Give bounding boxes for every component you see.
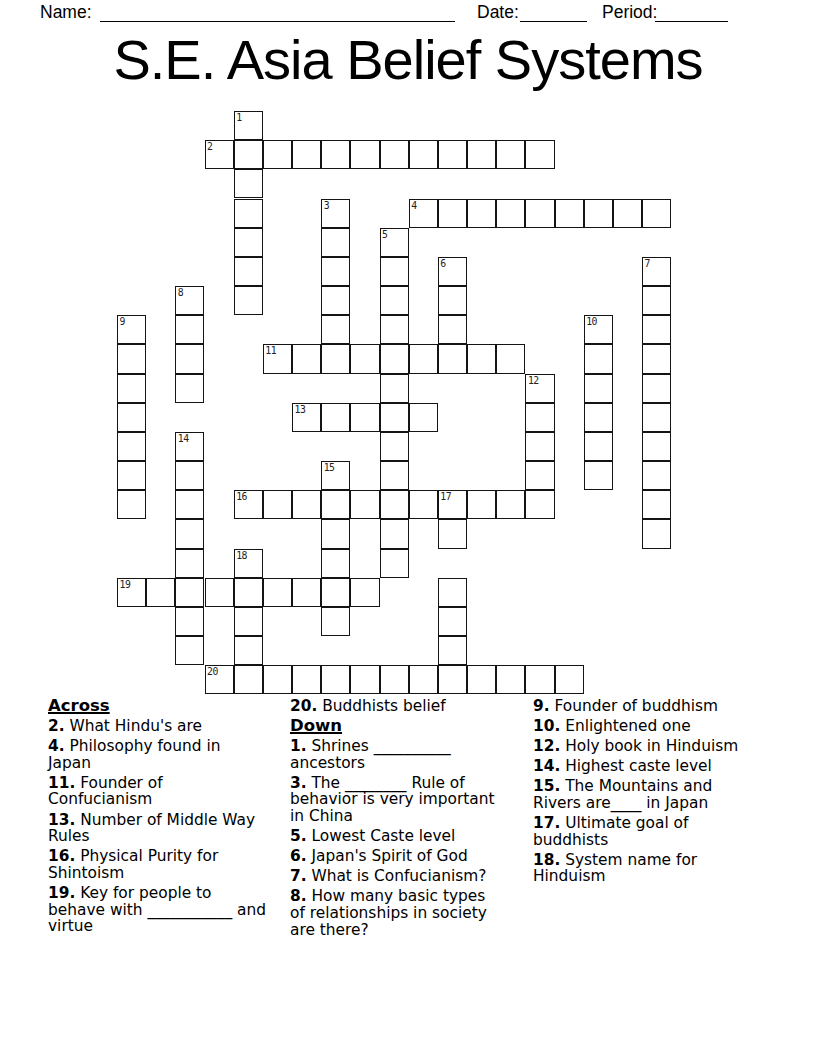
clue-column-down: 9. Founder of buddhism10. Enlightened on…: [533, 698, 783, 888]
crossword-cell-r9c0[interactable]: [117, 374, 146, 403]
crossword-cell-r8c13[interactable]: [496, 344, 525, 373]
crossword-cell-r3c18[interactable]: [642, 199, 671, 228]
crossword-cell-r18c11[interactable]: [438, 636, 467, 665]
crossword-cell-r19c14[interactable]: [525, 665, 554, 694]
name-label: Name:: [40, 2, 92, 22]
crossword-cell-r4c4[interactable]: [234, 228, 263, 257]
crossword-cell-r16c6[interactable]: [292, 578, 321, 607]
crossword-cell-r8c10[interactable]: [409, 344, 438, 373]
clue-number-label: 7.: [290, 867, 307, 885]
clue-13: 13. Number of Middle Way Rules: [48, 812, 289, 845]
crossword-cell-r16c7[interactable]: [321, 578, 350, 607]
crossword-cell-r5c11[interactable]: 6: [438, 257, 467, 286]
clue-number-16: 16: [236, 491, 247, 502]
crossword-cell-r1c7[interactable]: [321, 140, 350, 169]
crossword-cell-r13c5[interactable]: [263, 490, 292, 519]
crossword-cell-r8c2[interactable]: [175, 344, 204, 373]
clue-8: 8. How many basic types of relationships…: [290, 888, 532, 938]
crossword-cell-r7c18[interactable]: [642, 315, 671, 344]
crossword-cell-r4c7[interactable]: [321, 228, 350, 257]
clue-number-label: 12.: [533, 737, 560, 755]
clue-text: What Hindu's are: [65, 717, 202, 735]
crossword-cell-r8c7[interactable]: [321, 344, 350, 373]
crossword-cell-r16c0[interactable]: 19: [117, 578, 146, 607]
clue-14: 14. Highest caste level: [533, 758, 783, 775]
crossword-cell-r3c12[interactable]: [467, 199, 496, 228]
crossword-cell-r19c7[interactable]: [321, 665, 350, 694]
crossword-cell-r13c11[interactable]: 17: [438, 490, 467, 519]
crossword-cell-r3c13[interactable]: [496, 199, 525, 228]
crossword-cell-r8c8[interactable]: [350, 344, 379, 373]
clue-text: Founder of buddhism: [550, 697, 718, 715]
clue-number-label: 4.: [48, 737, 65, 755]
crossword-cell-r15c2[interactable]: [175, 549, 204, 578]
clue-4: 4. Philosophy found in Japan: [48, 738, 289, 771]
crossword-cell-r16c5[interactable]: [263, 578, 292, 607]
clue-text: Number of Middle Way Rules: [48, 811, 255, 846]
crossword-cell-r7c16[interactable]: 10: [584, 315, 613, 344]
clue-number-8: 8: [178, 287, 183, 298]
clue-text: Buddhists belief: [317, 697, 445, 715]
crossword-cell-r12c2[interactable]: [175, 461, 204, 490]
crossword-cell-r19c11[interactable]: [438, 665, 467, 694]
crossword-cell-r19c13[interactable]: [496, 665, 525, 694]
crossword-cell-r10c10[interactable]: [409, 403, 438, 432]
crossword-cell-r9c2[interactable]: [175, 374, 204, 403]
crossword-cell-r9c9[interactable]: [380, 374, 409, 403]
clues-heading-across: Across: [48, 698, 289, 715]
crossword-cell-r13c18[interactable]: [642, 490, 671, 519]
clue-1: 1. Shrines __________ ancestors: [290, 738, 532, 771]
clue-number-18: 18: [236, 550, 247, 561]
clue-number-19: 19: [120, 579, 131, 590]
crossword-cell-r13c7[interactable]: [321, 490, 350, 519]
clue-number-label: 18.: [533, 851, 560, 869]
crossword-cell-r14c11[interactable]: [438, 519, 467, 548]
crossword-cell-r1c5[interactable]: [263, 140, 292, 169]
crossword-cell-r3c11[interactable]: [438, 199, 467, 228]
crossword-cell-r3c4[interactable]: [234, 199, 263, 228]
crossword-cell-r18c4[interactable]: [234, 636, 263, 665]
crossword-cell-r6c7[interactable]: [321, 286, 350, 315]
crossword-cell-r16c4[interactable]: [234, 578, 263, 607]
crossword-cell-r1c6[interactable]: [292, 140, 321, 169]
clue-number-label: 11.: [48, 774, 75, 792]
crossword-cell-r12c14[interactable]: [525, 461, 554, 490]
crossword-cell-r16c1[interactable]: [146, 578, 175, 607]
clue-number-label: 14.: [533, 757, 560, 775]
name-blank-line: [100, 5, 455, 22]
crossword-cell-r10c6[interactable]: 13: [292, 403, 321, 432]
crossword-cell-r11c14[interactable]: [525, 432, 554, 461]
clue-number-17: 17: [440, 491, 451, 502]
crossword-cell-r12c9[interactable]: [380, 461, 409, 490]
crossword-cell-r5c4[interactable]: [234, 257, 263, 286]
crossword-cell-r17c4[interactable]: [234, 607, 263, 636]
clue-text: What is Confucianism?: [307, 867, 487, 885]
crossword-cell-r3c7[interactable]: 3: [321, 199, 350, 228]
crossword-cell-r7c7[interactable]: [321, 315, 350, 344]
crossword-cell-r3c17[interactable]: [613, 199, 642, 228]
clue-number-label: 3.: [290, 774, 307, 792]
clue-number-14: 14: [178, 433, 189, 444]
crossword-cell-r2c4[interactable]: [234, 169, 263, 198]
crossword-cell-r13c2[interactable]: [175, 490, 204, 519]
clue-number-label: 1.: [290, 737, 307, 755]
worksheet-page: Name: Date: Period: S.E. Asia Belief Sys…: [0, 0, 816, 1056]
crossword-cell-r19c12[interactable]: [467, 665, 496, 694]
clue-number-6: 6: [440, 258, 445, 269]
crossword-cell-r7c0[interactable]: 9: [117, 315, 146, 344]
clue-number-label: 20.: [290, 697, 317, 715]
clue-number-label: 10.: [533, 717, 560, 735]
crossword-cell-r1c9[interactable]: [380, 140, 409, 169]
crossword-cell-r17c7[interactable]: [321, 607, 350, 636]
clue-text: Key for people to behave with __________…: [48, 884, 266, 935]
clue-2: 2. What Hindu's are: [48, 718, 289, 735]
crossword-cell-r15c9[interactable]: [380, 549, 409, 578]
crossword-cell-r14c9[interactable]: [380, 519, 409, 548]
crossword-cell-r12c7[interactable]: 15: [321, 461, 350, 490]
crossword-cell-r8c9[interactable]: [380, 344, 409, 373]
crossword-cell-r7c2[interactable]: [175, 315, 204, 344]
crossword-cell-r3c10[interactable]: 4: [409, 199, 438, 228]
crossword-cell-r10c18[interactable]: [642, 403, 671, 432]
clue-number-11: 11: [265, 345, 276, 356]
crossword-cell-r16c3[interactable]: [205, 578, 234, 607]
crossword-cell-r10c0[interactable]: [117, 403, 146, 432]
clue-number-5: 5: [382, 229, 387, 240]
crossword-cell-r9c16[interactable]: [584, 374, 613, 403]
crossword-cell-r12c0[interactable]: [117, 461, 146, 490]
crossword-cell-r17c11[interactable]: [438, 607, 467, 636]
crossword-cell-r10c14[interactable]: [525, 403, 554, 432]
clue-text: Philosophy found in Japan: [48, 737, 220, 772]
crossword-cell-r3c15[interactable]: [555, 199, 584, 228]
crossword-cell-r8c0[interactable]: [117, 344, 146, 373]
crossword-cell-r13c0[interactable]: [117, 490, 146, 519]
crossword-cell-r12c18[interactable]: [642, 461, 671, 490]
crossword-cell-r8c16[interactable]: [584, 344, 613, 373]
clue-number-label: 16.: [48, 847, 75, 865]
clue-15: 15. The Mountains and Rivers are____ in …: [533, 778, 783, 811]
date-label: Date:: [477, 2, 519, 22]
crossword-cell-r13c9[interactable]: [380, 490, 409, 519]
clue-number-label: 2.: [48, 717, 65, 735]
crossword-cell-r11c9[interactable]: [380, 432, 409, 461]
clue-text: Holy book in Hinduism: [560, 737, 738, 755]
clue-number-12: 12: [528, 375, 539, 386]
crossword-cell-r13c12[interactable]: [467, 490, 496, 519]
crossword-cell-r9c18[interactable]: [642, 374, 671, 403]
crossword-cell-r13c6[interactable]: [292, 490, 321, 519]
crossword-cell-r8c5[interactable]: 11: [263, 344, 292, 373]
clues-heading-down: Down: [290, 718, 532, 735]
crossword-cell-r19c4[interactable]: [234, 665, 263, 694]
crossword-cell-r19c5[interactable]: [263, 665, 292, 694]
crossword-cell-r0c4[interactable]: 1: [234, 111, 263, 140]
clue-number-20: 20: [207, 666, 218, 677]
clue-number-7: 7: [645, 258, 650, 269]
clue-7: 7. What is Confucianism?: [290, 868, 532, 885]
crossword-cell-r19c3[interactable]: 20: [205, 665, 234, 694]
clue-text: The Mountains and Rivers are____ in Japa…: [533, 777, 712, 812]
crossword-cell-r13c14[interactable]: [525, 490, 554, 519]
crossword-cell-r1c12[interactable]: [467, 140, 496, 169]
crossword-cell-r8c12[interactable]: [467, 344, 496, 373]
crossword-cell-r15c7[interactable]: [321, 549, 350, 578]
crossword-cell-r16c2[interactable]: [175, 578, 204, 607]
clue-number-4: 4: [411, 200, 416, 211]
crossword-cell-r11c18[interactable]: [642, 432, 671, 461]
crossword-cell-r13c13[interactable]: [496, 490, 525, 519]
crossword-cell-r16c11[interactable]: [438, 578, 467, 607]
crossword-cell-r6c11[interactable]: [438, 286, 467, 315]
clue-number-label: 17.: [533, 814, 560, 832]
clue-column-across: Across2. What Hindu's are4. Philosophy f…: [48, 698, 289, 938]
clue-16: 16. Physical Purity for Shintoism: [48, 848, 289, 881]
crossword-cell-r5c9[interactable]: [380, 257, 409, 286]
crossword-cell-r1c8[interactable]: [350, 140, 379, 169]
clue-number-15: 15: [324, 462, 335, 473]
crossword-cell-r10c9[interactable]: [380, 403, 409, 432]
clue-text: Lowest Caste level: [307, 827, 456, 845]
crossword-cell-r5c18[interactable]: 7: [642, 257, 671, 286]
clue-number-label: 19.: [48, 884, 75, 902]
clue-18: 18. System name for Hinduism: [533, 852, 783, 885]
crossword-cell-r1c11[interactable]: [438, 140, 467, 169]
clue-12: 12. Holy book in Hinduism: [533, 738, 783, 755]
crossword-cell-r6c18[interactable]: [642, 286, 671, 315]
crossword-cell-r13c4[interactable]: 16: [234, 490, 263, 519]
crossword-cell-r11c0[interactable]: [117, 432, 146, 461]
clue-3: 3. The ________ Rule of behavior is very…: [290, 775, 532, 825]
clue-number-label: 6.: [290, 847, 307, 865]
crossword-cell-r19c8[interactable]: [350, 665, 379, 694]
clue-number-label: 13.: [48, 811, 75, 829]
crossword-cell-r3c16[interactable]: [584, 199, 613, 228]
clue-11: 11. Founder of Confucianism: [48, 775, 289, 808]
crossword-cell-r11c16[interactable]: [584, 432, 613, 461]
clue-number-label: 8.: [290, 887, 307, 905]
crossword-cell-r6c4[interactable]: [234, 286, 263, 315]
crossword-cell-r10c16[interactable]: [584, 403, 613, 432]
crossword-cell-r1c13[interactable]: [496, 140, 525, 169]
clue-number-label: 5.: [290, 827, 307, 845]
crossword-cell-r8c6[interactable]: [292, 344, 321, 373]
clue-number-10: 10: [586, 316, 597, 327]
clue-number-13: 13: [295, 404, 306, 415]
crossword-cell-r1c10[interactable]: [409, 140, 438, 169]
clue-text: How many basic types of relationships in…: [290, 887, 487, 938]
crossword-cell-r15c4[interactable]: 18: [234, 549, 263, 578]
crossword-cell-r3c14[interactable]: [525, 199, 554, 228]
crossword-cell-r12c16[interactable]: [584, 461, 613, 490]
crossword-cell-r8c18[interactable]: [642, 344, 671, 373]
crossword-cell-r10c7[interactable]: [321, 403, 350, 432]
crossword-cell-r17c2[interactable]: [175, 607, 204, 636]
crossword-cell-r1c4[interactable]: [234, 140, 263, 169]
crossword-cell-r6c2[interactable]: 8: [175, 286, 204, 315]
crossword-cell-r9c14[interactable]: 12: [525, 374, 554, 403]
crossword-cell-r18c2[interactable]: [175, 636, 204, 665]
clue-5: 5. Lowest Caste level: [290, 828, 532, 845]
period-blank-line: [655, 5, 728, 22]
clue-9: 9. Founder of buddhism: [533, 698, 783, 715]
clue-20: 20. Buddhists belief: [290, 698, 532, 715]
clue-number-3: 3: [324, 200, 329, 211]
crossword-cell-r14c7[interactable]: [321, 519, 350, 548]
crossword-cell-r13c10[interactable]: [409, 490, 438, 519]
crossword-cell-r10c8[interactable]: [350, 403, 379, 432]
crossword-cell-r11c2[interactable]: 14: [175, 432, 204, 461]
clue-19: 19. Key for people to behave with ______…: [48, 885, 289, 935]
crossword-cell-r5c7[interactable]: [321, 257, 350, 286]
crossword-cell-r1c3[interactable]: 2: [205, 140, 234, 169]
date-blank-line: [520, 5, 587, 22]
clue-10: 10. Enlightened one: [533, 718, 783, 735]
crossword-grid: 1234567891011121314151617181920: [117, 111, 672, 695]
crossword-cell-r14c2[interactable]: [175, 519, 204, 548]
period-label: Period:: [602, 2, 657, 22]
clue-text: Japan's Spirit of God: [307, 847, 468, 865]
clue-number-label: 15.: [533, 777, 560, 795]
crossword-cell-r19c6[interactable]: [292, 665, 321, 694]
clue-number-2: 2: [207, 141, 212, 152]
clue-column-middle: 20. Buddhists beliefDown1. Shrines _____…: [290, 698, 532, 942]
crossword-cell-r7c11[interactable]: [438, 315, 467, 344]
clue-text: Shrines __________ ancestors: [290, 737, 451, 772]
clue-17: 17. Ultimate goal of buddhists: [533, 815, 783, 848]
crossword-cell-r19c15[interactable]: [555, 665, 584, 694]
clue-number-label: 9.: [533, 697, 550, 715]
clue-number-9: 9: [120, 316, 125, 327]
clue-text: Enlightened one: [560, 717, 690, 735]
page-title: S.E. Asia Belief Systems: [0, 30, 816, 90]
clue-text: The ________ Rule of behavior is very im…: [290, 774, 495, 825]
crossword-cell-r14c18[interactable]: [642, 519, 671, 548]
crossword-cell-r1c14[interactable]: [525, 140, 554, 169]
crossword-cell-r19c9[interactable]: [380, 665, 409, 694]
crossword-cell-r8c11[interactable]: [438, 344, 467, 373]
crossword-cell-r6c9[interactable]: [380, 286, 409, 315]
clue-6: 6. Japan's Spirit of God: [290, 848, 532, 865]
crossword-cell-r7c9[interactable]: [380, 315, 409, 344]
crossword-cell-r13c8[interactable]: [350, 490, 379, 519]
crossword-cell-r19c10[interactable]: [409, 665, 438, 694]
crossword-cell-r4c9[interactable]: 5: [380, 228, 409, 257]
clue-text: Highest caste level: [560, 757, 712, 775]
clue-number-1: 1: [236, 112, 241, 123]
crossword-cell-r16c8[interactable]: [350, 578, 379, 607]
